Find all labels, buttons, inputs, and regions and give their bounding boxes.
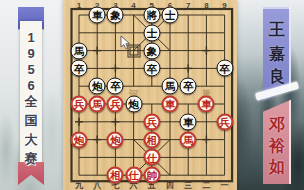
red-piece-兵[interactable]: 兵: [143, 113, 160, 130]
player-black-name-char: 嘉: [269, 44, 285, 65]
file-label-top-7: 7: [181, 1, 195, 10]
black-piece-車[interactable]: 車: [89, 7, 106, 24]
red-piece-仕[interactable]: 仕: [125, 167, 142, 184]
file-label-top-4: 4: [127, 1, 141, 10]
event-ribbon: 1956全国大赛: [18, 6, 44, 186]
event-title-char: 1: [27, 30, 34, 45]
event-title-char: 9: [27, 46, 34, 61]
black-piece-卒[interactable]: 卒: [216, 60, 233, 77]
file-label-top-1: 1: [72, 1, 86, 10]
black-piece-將[interactable]: 將: [143, 7, 160, 24]
xiangqi-board[interactable]: 123456789 九八七六五四三二一 河界 車象將士士馬象卒卒卒炮卒馬卒兵馬兵…: [63, 0, 237, 190]
player-banner-red: 邓裕如: [263, 98, 291, 184]
event-title-char: 赛: [25, 150, 38, 168]
event-title-char: 全: [25, 93, 38, 111]
red-piece-馬[interactable]: 馬: [89, 96, 106, 113]
mouse-cursor: [120, 35, 132, 50]
black-piece-士[interactable]: 士: [143, 24, 160, 41]
black-piece-象[interactable]: 象: [143, 42, 160, 59]
black-piece-士[interactable]: 士: [162, 7, 179, 24]
file-label-top-9: 9: [218, 1, 232, 10]
event-title-char: 国: [25, 112, 38, 130]
player-red-name-char: 裕: [269, 136, 285, 157]
file-label-bottom-6: 四: [163, 181, 177, 190]
red-piece-仕[interactable]: 仕: [143, 149, 160, 166]
player-red-name-char: 如: [269, 157, 285, 178]
black-piece-馬[interactable]: 馬: [71, 42, 88, 59]
black-piece-炮[interactable]: 炮: [125, 96, 142, 113]
player-black-name-char: 王: [269, 20, 285, 41]
red-piece-車[interactable]: 車: [162, 96, 179, 113]
black-piece-卒[interactable]: 卒: [71, 60, 88, 77]
red-piece-兵[interactable]: 兵: [71, 96, 88, 113]
file-label-top-8: 8: [199, 1, 213, 10]
red-piece-兵[interactable]: 兵: [216, 113, 233, 130]
red-piece-車[interactable]: 車: [198, 96, 215, 113]
black-piece-車[interactable]: 車: [180, 113, 197, 130]
thumbnail-scene: 123456789 九八七六五四三二一 河界 車象將士士馬象卒卒卒炮卒馬卒兵馬兵…: [0, 0, 304, 190]
event-title-char: 大: [25, 131, 38, 149]
player-name-red: 邓裕如: [269, 115, 285, 177]
red-piece-帥[interactable]: 帥: [143, 167, 160, 184]
black-piece-馬[interactable]: 馬: [162, 78, 179, 95]
red-piece-炮[interactable]: 炮: [71, 131, 88, 148]
red-piece-相[interactable]: 相: [143, 131, 160, 148]
event-title-text: 1956全国大赛: [20, 30, 42, 168]
black-piece-象[interactable]: 象: [107, 7, 124, 24]
red-piece-相[interactable]: 相: [107, 167, 124, 184]
red-piece-馬[interactable]: 馬: [180, 131, 197, 148]
red-piece-兵[interactable]: 兵: [107, 96, 124, 113]
black-piece-卒[interactable]: 卒: [107, 78, 124, 95]
event-title-char: 5: [27, 62, 34, 77]
file-label-bottom-2: 八: [90, 181, 104, 190]
event-title-char: 6: [27, 78, 34, 93]
black-piece-卒[interactable]: 卒: [180, 78, 197, 95]
file-label-bottom-7: 三: [181, 181, 195, 190]
file-label-bottom-1: 九: [72, 181, 86, 190]
file-label-bottom-8: 二: [199, 181, 213, 190]
player-name-black: 王嘉良: [269, 20, 285, 88]
black-piece-炮[interactable]: 炮: [89, 78, 106, 95]
player-red-name-char: 邓: [269, 115, 285, 136]
black-piece-卒[interactable]: 卒: [143, 60, 160, 77]
red-piece-炮[interactable]: 炮: [107, 131, 124, 148]
file-label-bottom-9: 一: [218, 181, 232, 190]
